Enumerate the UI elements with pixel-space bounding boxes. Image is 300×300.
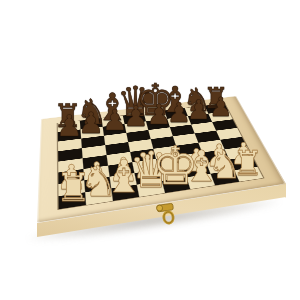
square-e1 bbox=[162, 177, 190, 193]
brass-clasp-icon bbox=[148, 196, 190, 234]
square-c1 bbox=[111, 185, 139, 201]
square-h1 bbox=[234, 167, 263, 182]
square-b1 bbox=[85, 188, 113, 205]
square-d1 bbox=[137, 181, 165, 197]
square-a1 bbox=[59, 192, 87, 209]
chess-set-photo: ♜♞♝♛♚♝♞♜♟♟♟♟♟♟♟♟♟♟♟♟♟♟♟♟♜♞♝♛♚♝♞♜ bbox=[0, 0, 300, 300]
